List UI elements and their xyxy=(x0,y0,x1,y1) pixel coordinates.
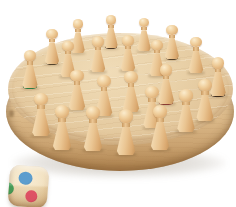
pawn-neck xyxy=(141,27,147,30)
pawn-neck xyxy=(125,46,131,49)
pawn-head xyxy=(166,25,177,35)
pawn-body xyxy=(22,65,38,88)
wooden-pawn[interactable] xyxy=(32,93,50,136)
pawn-body xyxy=(52,122,71,150)
wooden-pawn[interactable] xyxy=(104,15,118,48)
pawn-body xyxy=(122,87,139,112)
pawn-head xyxy=(73,19,84,29)
pawn-neck xyxy=(74,81,81,85)
pawn-head xyxy=(153,105,168,118)
wooden-pawn[interactable] xyxy=(52,105,71,150)
pawn-head xyxy=(62,41,74,52)
pawn-head xyxy=(97,75,110,87)
pawn-neck xyxy=(215,69,222,72)
wooden-pawn[interactable] xyxy=(188,37,203,73)
pawn-body xyxy=(32,109,50,136)
pawn-neck xyxy=(101,87,108,91)
pawn-head xyxy=(139,18,150,28)
die-green-dot-icon xyxy=(8,182,15,195)
pawn-neck xyxy=(201,91,208,95)
pawn-neck xyxy=(37,105,44,109)
pawn-head xyxy=(24,50,36,61)
pawn-head xyxy=(145,86,159,98)
wooden-pawn[interactable] xyxy=(22,50,38,88)
pawn-head xyxy=(119,109,134,122)
wooden-pawn[interactable] xyxy=(90,36,105,72)
pawn-neck xyxy=(49,39,55,42)
wooden-pawn[interactable] xyxy=(45,29,60,64)
pawn-neck xyxy=(108,25,114,28)
pawn-head xyxy=(179,89,193,101)
pawn-head xyxy=(106,15,117,25)
pawn-head xyxy=(198,79,211,91)
pawn-head xyxy=(160,64,173,75)
pawn-head xyxy=(34,93,48,106)
pawn-body xyxy=(177,105,195,132)
pawn-neck xyxy=(89,119,97,123)
wooden-pawn[interactable] xyxy=(120,35,135,71)
pawn-neck xyxy=(193,47,199,50)
pawn-body xyxy=(45,42,60,64)
wooden-pawn[interactable] xyxy=(83,106,102,151)
pawn-head xyxy=(151,40,163,51)
pawn-neck xyxy=(156,118,164,122)
pawn-body xyxy=(120,49,135,71)
pawn-neck xyxy=(148,98,155,102)
pawn-neck xyxy=(182,102,189,106)
wooden-pawn[interactable] xyxy=(177,89,195,132)
pawn-head xyxy=(122,35,134,45)
color-die[interactable] xyxy=(8,165,50,207)
pawn-neck xyxy=(95,47,101,50)
wooden-pawn[interactable] xyxy=(165,25,180,59)
pawn-neck xyxy=(58,118,66,122)
die-red-dot-icon xyxy=(25,190,38,203)
pawn-head xyxy=(86,106,101,119)
wooden-pawn[interactable] xyxy=(122,71,139,112)
wooden-pawn[interactable] xyxy=(116,109,135,155)
pawn-body xyxy=(188,51,203,73)
pawn-neck xyxy=(163,76,170,80)
die-blue-dot-icon xyxy=(18,171,33,185)
pawn-neck xyxy=(65,51,71,54)
pawn-head xyxy=(124,71,137,83)
pawn-head xyxy=(92,36,104,46)
memory-chess-photo xyxy=(0,0,236,207)
wooden-pawn[interactable] xyxy=(150,105,169,150)
pawn-neck xyxy=(75,29,81,32)
pawn-body xyxy=(150,122,169,150)
pawn-body xyxy=(196,95,214,121)
pawn-neck xyxy=(154,50,160,53)
pawn-head xyxy=(55,105,70,118)
pawn-head xyxy=(212,57,224,68)
pawn-body xyxy=(90,50,105,72)
pawn-neck xyxy=(27,61,33,64)
pawn-body xyxy=(116,127,135,155)
pawn-head xyxy=(46,29,57,39)
wooden-pawn[interactable] xyxy=(196,79,214,121)
pawn-body xyxy=(165,38,180,59)
pawn-head xyxy=(190,37,202,47)
pawn-neck xyxy=(128,83,135,87)
wooden-pawn[interactable] xyxy=(68,70,85,110)
pawn-body xyxy=(104,28,118,48)
pawn-neck xyxy=(169,35,175,38)
pawn-body xyxy=(83,123,102,151)
pawn-neck xyxy=(122,123,130,127)
pawn-head xyxy=(70,70,83,82)
